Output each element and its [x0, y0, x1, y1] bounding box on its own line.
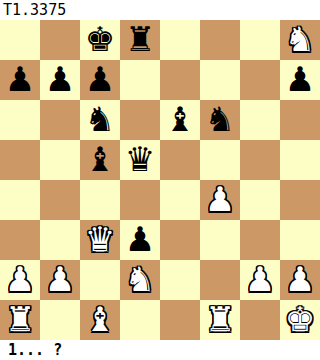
piece-white-rook[interactable]: ♜ [205, 299, 235, 339]
piece-white-queen[interactable]: ♛ [85, 219, 115, 259]
piece-white-pawn[interactable]: ♟ [285, 259, 315, 299]
square-g5[interactable] [240, 140, 280, 180]
square-h3[interactable] [280, 220, 320, 260]
piece-white-pawn[interactable]: ♟ [45, 259, 75, 299]
piece-white-knight[interactable]: ♞ [285, 19, 315, 59]
square-g3[interactable] [240, 220, 280, 260]
square-b3[interactable] [40, 220, 80, 260]
square-g1[interactable] [240, 300, 280, 340]
piece-black-rook[interactable]: ♜ [125, 19, 155, 59]
square-f7[interactable] [200, 60, 240, 100]
square-c3[interactable]: ♛ [80, 220, 120, 260]
square-d6[interactable] [120, 100, 160, 140]
square-h5[interactable] [280, 140, 320, 180]
square-d1[interactable] [120, 300, 160, 340]
move-prompt: 1... ? [0, 340, 320, 360]
piece-black-pawn[interactable]: ♟ [285, 59, 315, 99]
square-c4[interactable] [80, 180, 120, 220]
square-b4[interactable] [40, 180, 80, 220]
piece-black-knight[interactable]: ♞ [85, 99, 115, 139]
square-c6[interactable]: ♞ [80, 100, 120, 140]
square-b5[interactable] [40, 140, 80, 180]
square-a8[interactable] [0, 20, 40, 60]
piece-white-bishop[interactable]: ♝ [85, 299, 115, 339]
square-f8[interactable] [200, 20, 240, 60]
piece-black-queen[interactable]: ♛ [125, 139, 155, 179]
square-e6[interactable]: ♝ [160, 100, 200, 140]
square-h2[interactable]: ♟ [280, 260, 320, 300]
square-a3[interactable] [0, 220, 40, 260]
square-d8[interactable]: ♜ [120, 20, 160, 60]
square-h6[interactable] [280, 100, 320, 140]
square-c2[interactable] [80, 260, 120, 300]
square-e7[interactable] [160, 60, 200, 100]
piece-black-pawn[interactable]: ♟ [125, 219, 155, 259]
square-h1[interactable]: ♚ [280, 300, 320, 340]
square-b8[interactable] [40, 20, 80, 60]
square-e2[interactable] [160, 260, 200, 300]
square-e3[interactable] [160, 220, 200, 260]
square-g2[interactable]: ♟ [240, 260, 280, 300]
square-a4[interactable] [0, 180, 40, 220]
piece-black-pawn[interactable]: ♟ [5, 59, 35, 99]
square-f1[interactable]: ♜ [200, 300, 240, 340]
square-c5[interactable]: ♝ [80, 140, 120, 180]
square-e4[interactable] [160, 180, 200, 220]
square-a1[interactable]: ♜ [0, 300, 40, 340]
square-d7[interactable] [120, 60, 160, 100]
square-b7[interactable]: ♟ [40, 60, 80, 100]
piece-white-rook[interactable]: ♜ [5, 299, 35, 339]
chess-board: ♚♜♞♟♟♟♟♞♝♞♝♛♟♛♟♟♟♞♟♟♜♝♜♚ [0, 20, 320, 340]
square-g8[interactable] [240, 20, 280, 60]
square-b2[interactable]: ♟ [40, 260, 80, 300]
square-b6[interactable] [40, 100, 80, 140]
square-c7[interactable]: ♟ [80, 60, 120, 100]
square-g4[interactable] [240, 180, 280, 220]
square-g6[interactable] [240, 100, 280, 140]
square-e5[interactable] [160, 140, 200, 180]
square-e1[interactable] [160, 300, 200, 340]
square-b1[interactable] [40, 300, 80, 340]
square-f3[interactable] [200, 220, 240, 260]
square-c8[interactable]: ♚ [80, 20, 120, 60]
chess-puzzle-app: T1.3375 ♚♜♞♟♟♟♟♞♝♞♝♛♟♛♟♟♟♞♟♟♜♝♜♚ 1... ? [0, 0, 320, 360]
square-f2[interactable] [200, 260, 240, 300]
piece-white-pawn[interactable]: ♟ [245, 259, 275, 299]
square-h8[interactable]: ♞ [280, 20, 320, 60]
square-a5[interactable] [0, 140, 40, 180]
piece-white-pawn[interactable]: ♟ [205, 179, 235, 219]
square-d4[interactable] [120, 180, 160, 220]
piece-white-king[interactable]: ♚ [285, 299, 315, 339]
piece-black-bishop[interactable]: ♝ [85, 139, 115, 179]
puzzle-title: T1.3375 [0, 0, 320, 20]
square-g7[interactable] [240, 60, 280, 100]
square-e8[interactable] [160, 20, 200, 60]
square-f4[interactable]: ♟ [200, 180, 240, 220]
piece-black-knight[interactable]: ♞ [205, 99, 235, 139]
square-a6[interactable] [0, 100, 40, 140]
square-d2[interactable]: ♞ [120, 260, 160, 300]
piece-black-pawn[interactable]: ♟ [45, 59, 75, 99]
piece-black-king[interactable]: ♚ [85, 19, 115, 59]
square-d3[interactable]: ♟ [120, 220, 160, 260]
square-f6[interactable]: ♞ [200, 100, 240, 140]
square-h7[interactable]: ♟ [280, 60, 320, 100]
square-d5[interactable]: ♛ [120, 140, 160, 180]
piece-black-pawn[interactable]: ♟ [85, 59, 115, 99]
square-a2[interactable]: ♟ [0, 260, 40, 300]
piece-white-knight[interactable]: ♞ [125, 259, 155, 299]
piece-black-bishop[interactable]: ♝ [165, 99, 195, 139]
piece-white-pawn[interactable]: ♟ [5, 259, 35, 299]
square-c1[interactable]: ♝ [80, 300, 120, 340]
square-f5[interactable] [200, 140, 240, 180]
square-h4[interactable] [280, 180, 320, 220]
square-a7[interactable]: ♟ [0, 60, 40, 100]
